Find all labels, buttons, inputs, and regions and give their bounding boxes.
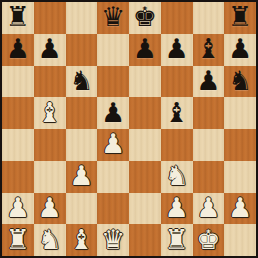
square-g7[interactable]: ♝ [193,34,225,66]
square-c1[interactable]: ♝ [66,224,98,256]
white-pawn-icon: ♟ [38,193,62,223]
square-e2[interactable] [129,193,161,225]
square-f1[interactable]: ♜ [161,224,193,256]
white-pawn-icon: ♟ [228,193,252,223]
square-d6[interactable] [97,66,129,98]
square-e6[interactable] [129,66,161,98]
square-b2[interactable]: ♟ [34,193,66,225]
white-knight-icon: ♞ [38,224,62,254]
square-b1[interactable]: ♞ [34,224,66,256]
square-b7[interactable]: ♟ [34,34,66,66]
chess-board: ♜♛♚♜♟♟♟♟♝♟♞♟♞♝♟♝♟♟♞♟♟♟♟♟♜♞♝♛♜♚ [0,0,258,258]
black-bishop-icon: ♝ [165,97,189,127]
black-pawn-icon: ♟ [133,34,157,64]
white-bishop-icon: ♝ [69,224,93,254]
square-a5[interactable] [2,97,34,129]
black-pawn-icon: ♟ [6,34,30,64]
square-b3[interactable] [34,161,66,193]
square-b4[interactable] [34,129,66,161]
white-knight-icon: ♞ [165,161,189,191]
square-a2[interactable]: ♟ [2,193,34,225]
square-f6[interactable] [161,66,193,98]
square-b8[interactable] [34,2,66,34]
square-d4[interactable]: ♟ [97,129,129,161]
square-h2[interactable]: ♟ [224,193,256,225]
square-b5[interactable]: ♝ [34,97,66,129]
square-d1[interactable]: ♛ [97,224,129,256]
square-a4[interactable] [2,129,34,161]
white-rook-icon: ♜ [6,224,30,254]
white-queen-icon: ♛ [101,224,125,254]
black-pawn-icon: ♟ [101,97,125,127]
chess-board-screenshot: ♜♛♚♜♟♟♟♟♝♟♞♟♞♝♟♝♟♟♞♟♟♟♟♟♜♞♝♛♜♚ [0,0,258,258]
square-h6[interactable]: ♞ [224,66,256,98]
square-f4[interactable] [161,129,193,161]
black-rook-icon: ♜ [228,2,252,32]
white-pawn-icon: ♟ [69,161,93,191]
square-c4[interactable] [66,129,98,161]
square-h5[interactable] [224,97,256,129]
white-pawn-icon: ♟ [6,193,30,223]
black-knight-icon: ♞ [69,66,93,96]
black-queen-icon: ♛ [101,2,125,32]
square-g8[interactable] [193,2,225,34]
square-h1[interactable] [224,224,256,256]
square-b6[interactable] [34,66,66,98]
white-pawn-icon: ♟ [196,193,220,223]
square-c8[interactable] [66,2,98,34]
square-h8[interactable]: ♜ [224,2,256,34]
square-f8[interactable] [161,2,193,34]
square-a6[interactable] [2,66,34,98]
square-e4[interactable] [129,129,161,161]
square-a1[interactable]: ♜ [2,224,34,256]
black-rook-icon: ♜ [6,2,30,32]
black-pawn-icon: ♟ [196,66,220,96]
square-g1[interactable]: ♚ [193,224,225,256]
square-d8[interactable]: ♛ [97,2,129,34]
black-pawn-icon: ♟ [165,34,189,64]
square-g2[interactable]: ♟ [193,193,225,225]
square-h7[interactable]: ♟ [224,34,256,66]
square-c5[interactable] [66,97,98,129]
square-c2[interactable] [66,193,98,225]
square-d7[interactable] [97,34,129,66]
square-c6[interactable]: ♞ [66,66,98,98]
square-e5[interactable] [129,97,161,129]
black-pawn-icon: ♟ [228,34,252,64]
square-c3[interactable]: ♟ [66,161,98,193]
white-bishop-icon: ♝ [38,97,62,127]
square-d3[interactable] [97,161,129,193]
square-a3[interactable] [2,161,34,193]
square-c7[interactable] [66,34,98,66]
white-pawn-icon: ♟ [165,193,189,223]
square-a7[interactable]: ♟ [2,34,34,66]
square-g5[interactable] [193,97,225,129]
square-f3[interactable]: ♞ [161,161,193,193]
square-g4[interactable] [193,129,225,161]
black-king-icon: ♚ [133,2,157,32]
square-a8[interactable]: ♜ [2,2,34,34]
square-f2[interactable]: ♟ [161,193,193,225]
square-e7[interactable]: ♟ [129,34,161,66]
black-bishop-icon: ♝ [196,34,220,64]
black-knight-icon: ♞ [228,66,252,96]
square-e1[interactable] [129,224,161,256]
square-d2[interactable] [97,193,129,225]
white-rook-icon: ♜ [165,224,189,254]
square-g6[interactable]: ♟ [193,66,225,98]
square-e8[interactable]: ♚ [129,2,161,34]
square-g3[interactable] [193,161,225,193]
square-f7[interactable]: ♟ [161,34,193,66]
white-pawn-icon: ♟ [101,129,125,159]
square-h3[interactable] [224,161,256,193]
square-d5[interactable]: ♟ [97,97,129,129]
square-e3[interactable] [129,161,161,193]
black-pawn-icon: ♟ [38,34,62,64]
square-f5[interactable]: ♝ [161,97,193,129]
square-h4[interactable] [224,129,256,161]
white-king-icon: ♚ [196,224,220,254]
